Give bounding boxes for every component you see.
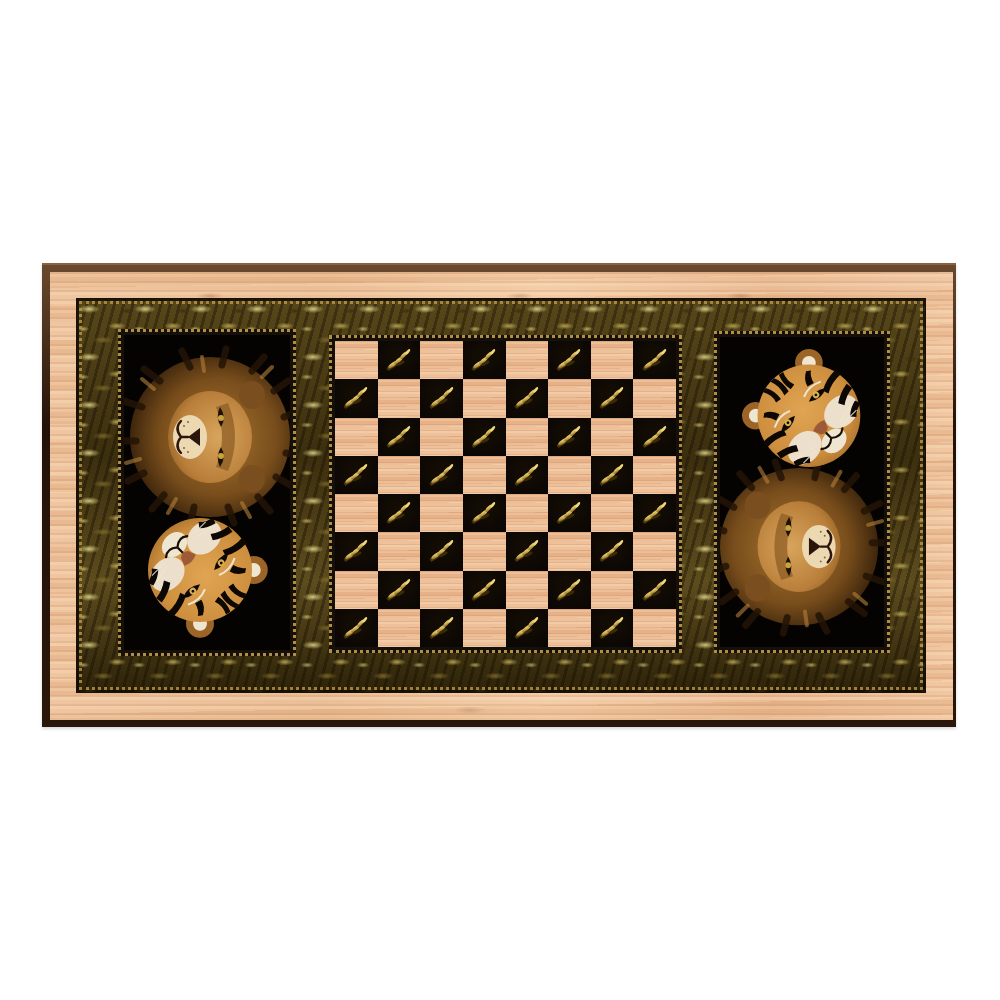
- leaf-motif-icon: [597, 461, 627, 488]
- square-g4[interactable]: [591, 494, 634, 532]
- square-b8[interactable]: [378, 341, 421, 379]
- leaf-motif-icon: [384, 500, 414, 527]
- square-g5[interactable]: [591, 456, 634, 494]
- leaf-motif-icon: [640, 347, 670, 374]
- leaf-motif-icon: [384, 423, 414, 450]
- square-b1[interactable]: [378, 609, 421, 647]
- square-h5[interactable]: [633, 456, 676, 494]
- square-e3[interactable]: [506, 532, 549, 570]
- square-f7[interactable]: [548, 379, 591, 417]
- leaf-motif-icon: [512, 538, 542, 565]
- leaf-motif-icon: [554, 500, 584, 527]
- square-f4[interactable]: [548, 494, 591, 532]
- leaf-motif-icon: [554, 347, 584, 374]
- square-f8[interactable]: [548, 341, 591, 379]
- square-e6[interactable]: [506, 418, 549, 456]
- square-e8[interactable]: [506, 341, 549, 379]
- leaf-motif-icon: [640, 576, 670, 603]
- square-d3[interactable]: [463, 532, 506, 570]
- lion-tiger-art: [124, 335, 290, 650]
- square-a3[interactable]: [335, 532, 378, 570]
- square-f6[interactable]: [548, 418, 591, 456]
- square-f3[interactable]: [548, 532, 591, 570]
- square-b2[interactable]: [378, 571, 421, 609]
- square-a5[interactable]: [335, 456, 378, 494]
- square-e7[interactable]: [506, 379, 549, 417]
- square-d1[interactable]: [463, 609, 506, 647]
- square-d2[interactable]: [463, 571, 506, 609]
- leaf-motif-icon: [384, 347, 414, 374]
- square-d8[interactable]: [463, 341, 506, 379]
- leaf-motif-icon: [384, 576, 414, 603]
- square-c2[interactable]: [420, 571, 463, 609]
- square-h7[interactable]: [633, 379, 676, 417]
- square-a6[interactable]: [335, 418, 378, 456]
- square-e4[interactable]: [506, 494, 549, 532]
- square-d5[interactable]: [463, 456, 506, 494]
- square-e1[interactable]: [506, 609, 549, 647]
- square-c7[interactable]: [420, 379, 463, 417]
- leaf-motif-icon: [427, 461, 457, 488]
- checkerboard: [335, 341, 676, 647]
- square-a2[interactable]: [335, 571, 378, 609]
- square-a8[interactable]: [335, 341, 378, 379]
- leaf-motif-icon: [427, 538, 457, 565]
- leaf-motif-icon: [427, 614, 457, 641]
- square-f2[interactable]: [548, 571, 591, 609]
- square-d7[interactable]: [463, 379, 506, 417]
- square-c8[interactable]: [420, 341, 463, 379]
- leaf-motif-icon: [469, 576, 499, 603]
- square-c3[interactable]: [420, 532, 463, 570]
- leaf-motif-icon: [597, 385, 627, 412]
- square-e5[interactable]: [506, 456, 549, 494]
- leaf-motif-icon: [512, 385, 542, 412]
- leaf-motif-icon: [512, 461, 542, 488]
- leaf-motif-icon: [469, 347, 499, 374]
- square-b4[interactable]: [378, 494, 421, 532]
- square-g8[interactable]: [591, 341, 634, 379]
- leaf-motif-icon: [427, 385, 457, 412]
- square-g3[interactable]: [591, 532, 634, 570]
- square-h4[interactable]: [633, 494, 676, 532]
- square-b6[interactable]: [378, 418, 421, 456]
- right-art-panel: [720, 337, 884, 647]
- square-g7[interactable]: [591, 379, 634, 417]
- leaf-motif-icon: [512, 614, 542, 641]
- leaf-motif-icon: [341, 385, 371, 412]
- leaf-motif-icon: [341, 538, 371, 565]
- leaf-motif-icon: [554, 576, 584, 603]
- product-photo: [0, 0, 1000, 1000]
- leaf-motif-icon: [341, 461, 371, 488]
- square-c6[interactable]: [420, 418, 463, 456]
- ornate-leaf-frame: [77, 299, 925, 692]
- square-b5[interactable]: [378, 456, 421, 494]
- square-c1[interactable]: [420, 609, 463, 647]
- square-h3[interactable]: [633, 532, 676, 570]
- checkerboard-window: [335, 341, 676, 647]
- square-h8[interactable]: [633, 341, 676, 379]
- square-g6[interactable]: [591, 418, 634, 456]
- square-g2[interactable]: [591, 571, 634, 609]
- square-a7[interactable]: [335, 379, 378, 417]
- square-h6[interactable]: [633, 418, 676, 456]
- wood-border: [50, 272, 953, 720]
- square-e2[interactable]: [506, 571, 549, 609]
- leaf-motif-icon: [554, 423, 584, 450]
- square-f1[interactable]: [548, 609, 591, 647]
- square-c5[interactable]: [420, 456, 463, 494]
- square-b3[interactable]: [378, 532, 421, 570]
- square-a1[interactable]: [335, 609, 378, 647]
- square-d6[interactable]: [463, 418, 506, 456]
- square-h1[interactable]: [633, 609, 676, 647]
- game-box-lid: [42, 263, 956, 727]
- leaf-motif-icon: [640, 423, 670, 450]
- square-f5[interactable]: [548, 456, 591, 494]
- tiger-lion-art: [720, 337, 884, 647]
- square-h2[interactable]: [633, 571, 676, 609]
- leaf-motif-icon: [597, 614, 627, 641]
- leaf-motif-icon: [469, 500, 499, 527]
- square-c4[interactable]: [420, 494, 463, 532]
- left-art-panel: [124, 335, 290, 650]
- leaf-motif-icon: [597, 538, 627, 565]
- leaf-motif-icon: [640, 500, 670, 527]
- square-b7[interactable]: [378, 379, 421, 417]
- leaf-motif-icon: [341, 614, 371, 641]
- leaf-motif-icon: [469, 423, 499, 450]
- lion-tiger-illustration: [124, 335, 290, 650]
- lion-tiger-illustration: [720, 337, 884, 647]
- square-a4[interactable]: [335, 494, 378, 532]
- square-g1[interactable]: [591, 609, 634, 647]
- square-d4[interactable]: [463, 494, 506, 532]
